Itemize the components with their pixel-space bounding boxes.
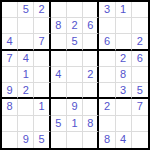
cell-r2c6[interactable]: 6 [83, 18, 99, 34]
cell-r7c7[interactable]: 2 [99, 99, 115, 115]
cell-r6c3[interactable] [34, 83, 50, 99]
cell-r2c4[interactable]: 8 [51, 18, 67, 34]
cell-r4c2[interactable]: 4 [18, 51, 34, 67]
cell-r4c5[interactable] [67, 51, 83, 67]
cell-r5c9[interactable] [132, 67, 148, 83]
cell-r8c3[interactable] [34, 116, 50, 132]
cell-r8c5[interactable]: 1 [67, 116, 83, 132]
cell-r7c1[interactable]: 8 [2, 99, 18, 115]
cell-r7c8[interactable] [116, 99, 132, 115]
cell-r8c8[interactable] [116, 116, 132, 132]
cell-r3c9[interactable]: 2 [132, 34, 148, 50]
sudoku-board: 523182647562742614289235819275189584 [0, 0, 150, 150]
cell-r1c6[interactable] [83, 2, 99, 18]
cell-r6c2[interactable]: 2 [18, 83, 34, 99]
cell-r8c6[interactable]: 8 [83, 116, 99, 132]
cell-r1c5[interactable] [67, 2, 83, 18]
cell-r6c7[interactable] [99, 83, 115, 99]
cell-r6c6[interactable] [83, 83, 99, 99]
cell-r3c1[interactable]: 4 [2, 34, 18, 50]
cell-r2c3[interactable] [34, 18, 50, 34]
cell-r5c3[interactable] [34, 67, 50, 83]
cell-r9c5[interactable] [67, 132, 83, 148]
cell-r3c4[interactable] [51, 34, 67, 50]
cell-r7c5[interactable]: 9 [67, 99, 83, 115]
cell-r6c8[interactable]: 3 [116, 83, 132, 99]
cell-r2c2[interactable] [18, 18, 34, 34]
cell-r1c1[interactable] [2, 2, 18, 18]
cell-r1c3[interactable]: 2 [34, 2, 50, 18]
cell-r5c7[interactable] [99, 67, 115, 83]
cell-r2c5[interactable]: 2 [67, 18, 83, 34]
cell-r1c4[interactable] [51, 2, 67, 18]
cell-r1c2[interactable]: 5 [18, 2, 34, 18]
cell-r3c3[interactable]: 7 [34, 34, 50, 50]
cell-r4c4[interactable] [51, 51, 67, 67]
cell-r1c7[interactable]: 3 [99, 2, 115, 18]
cell-r4c9[interactable]: 6 [132, 51, 148, 67]
cell-r8c4[interactable]: 5 [51, 116, 67, 132]
cell-r3c8[interactable] [116, 34, 132, 50]
cell-r5c4[interactable]: 4 [51, 67, 67, 83]
cell-r6c9[interactable]: 5 [132, 83, 148, 99]
cell-r4c8[interactable]: 2 [116, 51, 132, 67]
cell-r8c7[interactable] [99, 116, 115, 132]
cell-r9c4[interactable] [51, 132, 67, 148]
cell-r2c9[interactable] [132, 18, 148, 34]
cell-r4c1[interactable]: 7 [2, 51, 18, 67]
cell-r6c1[interactable]: 9 [2, 83, 18, 99]
cell-r7c9[interactable]: 7 [132, 99, 148, 115]
cell-r2c8[interactable] [116, 18, 132, 34]
cell-r5c8[interactable]: 8 [116, 67, 132, 83]
cell-r9c1[interactable] [2, 132, 18, 148]
cell-r5c6[interactable]: 2 [83, 67, 99, 83]
cell-r8c2[interactable] [18, 116, 34, 132]
cell-r7c6[interactable] [83, 99, 99, 115]
cell-r3c2[interactable] [18, 34, 34, 50]
cell-r4c7[interactable] [99, 51, 115, 67]
cell-r9c6[interactable] [83, 132, 99, 148]
cell-r9c7[interactable]: 8 [99, 132, 115, 148]
cell-r5c1[interactable] [2, 67, 18, 83]
cell-r4c6[interactable] [83, 51, 99, 67]
cell-r8c9[interactable] [132, 116, 148, 132]
cell-r7c4[interactable] [51, 99, 67, 115]
cell-r1c9[interactable] [132, 2, 148, 18]
cell-r4c3[interactable] [34, 51, 50, 67]
cell-r6c4[interactable] [51, 83, 67, 99]
cell-r9c8[interactable]: 4 [116, 132, 132, 148]
cell-r2c7[interactable] [99, 18, 115, 34]
cell-r9c9[interactable] [132, 132, 148, 148]
cell-r9c2[interactable]: 9 [18, 132, 34, 148]
cell-r3c6[interactable] [83, 34, 99, 50]
cell-r9c3[interactable]: 5 [34, 132, 50, 148]
cell-r3c5[interactable]: 5 [67, 34, 83, 50]
cell-r3c7[interactable]: 6 [99, 34, 115, 50]
cell-r5c5[interactable] [67, 67, 83, 83]
cell-r1c8[interactable]: 1 [116, 2, 132, 18]
cell-r6c5[interactable] [67, 83, 83, 99]
cell-r8c1[interactable] [2, 116, 18, 132]
cell-r2c1[interactable] [2, 18, 18, 34]
cell-r7c3[interactable]: 1 [34, 99, 50, 115]
cell-r7c2[interactable] [18, 99, 34, 115]
cell-r5c2[interactable]: 1 [18, 67, 34, 83]
